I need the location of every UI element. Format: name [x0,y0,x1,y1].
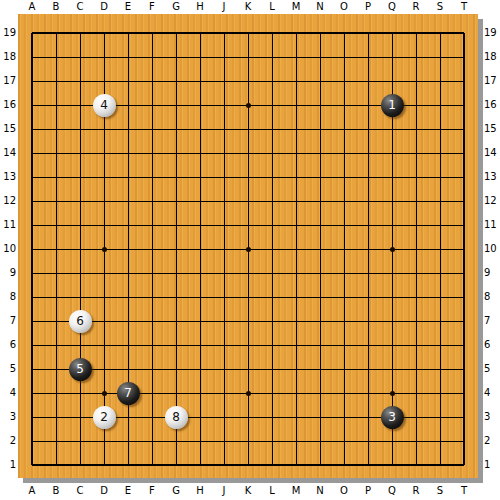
intersection-E3 [116,405,140,429]
goban: 41657283 [18,14,478,478]
intersection-B3 [44,405,68,429]
intersection-M1 [284,453,308,477]
intersection-M3 [284,405,308,429]
intersection-Q17 [380,69,404,93]
intersection-M12 [284,189,308,213]
row-labels-left: 19181716151413121110987654321 [0,21,16,477]
intersection-Q2 [380,429,404,453]
intersection-F11 [140,213,164,237]
intersection-O13 [332,165,356,189]
intersection-R4 [404,381,428,405]
intersection-A9 [20,261,44,285]
column-label-M: M [284,0,308,14]
intersection-R10 [404,237,428,261]
intersection-S14 [428,141,452,165]
intersection-L10 [260,237,284,261]
intersection-T11 [452,213,476,237]
intersection-Q14 [380,141,404,165]
column-label-B: B [44,482,68,500]
intersection-J9 [212,261,236,285]
intersection-B16 [44,93,68,117]
intersection-L12 [260,189,284,213]
move-number: 5 [76,363,84,375]
intersection-F1 [140,453,164,477]
row-label-7: 7 [0,309,16,333]
column-label-B: B [44,0,68,14]
intersection-D18 [92,45,116,69]
intersection-F9 [140,261,164,285]
intersection-L3 [260,405,284,429]
column-label-N: N [308,482,332,500]
intersection-K10 [236,237,260,261]
intersection-S9 [428,261,452,285]
intersection-C10 [68,237,92,261]
intersection-S10 [428,237,452,261]
intersection-K3 [236,405,260,429]
intersection-Q9 [380,261,404,285]
row-label-18: 18 [484,45,500,69]
intersection-N14 [308,141,332,165]
column-label-H: H [188,482,212,500]
intersection-A3 [20,405,44,429]
intersection-A15 [20,117,44,141]
intersection-O10 [332,237,356,261]
intersection-N5 [308,357,332,381]
intersection-C12 [68,189,92,213]
intersection-R7 [404,309,428,333]
intersection-A16 [20,93,44,117]
intersection-C1 [68,453,92,477]
intersection-D4 [92,381,116,405]
intersection-R1 [404,453,428,477]
row-label-3: 3 [0,405,16,429]
intersection-F15 [140,117,164,141]
intersection-O6 [332,333,356,357]
intersection-B6 [44,333,68,357]
column-label-M: M [284,482,308,500]
intersection-Q15 [380,117,404,141]
intersection-K4 [236,381,260,405]
intersection-E6 [116,333,140,357]
intersection-L11 [260,213,284,237]
intersection-B10 [44,237,68,261]
intersection-K11 [236,213,260,237]
intersection-C13 [68,165,92,189]
intersection-K5 [236,357,260,381]
intersection-E4: 7 [116,381,140,405]
intersection-H2 [188,429,212,453]
row-label-17: 17 [484,69,500,93]
move-number: 6 [76,315,84,327]
intersection-G7 [164,309,188,333]
column-label-Q: Q [380,482,404,500]
intersection-J14 [212,141,236,165]
intersection-G15 [164,117,188,141]
intersection-B4 [44,381,68,405]
intersection-K14 [236,141,260,165]
column-label-F: F [140,482,164,500]
intersection-A17 [20,69,44,93]
intersection-C8 [68,285,92,309]
intersection-D11 [92,213,116,237]
intersection-E13 [116,165,140,189]
intersection-L8 [260,285,284,309]
intersection-H18 [188,45,212,69]
star-point-D10 [102,247,107,252]
intersection-P14 [356,141,380,165]
intersection-B15 [44,117,68,141]
column-labels-top: ABCDEFGHJKLMNOPQRST [20,0,476,14]
intersection-T1 [452,453,476,477]
row-label-5: 5 [0,357,16,381]
move-number: 7 [124,387,132,399]
intersection-H13 [188,165,212,189]
intersection-R16 [404,93,428,117]
intersection-L1 [260,453,284,477]
intersection-O11 [332,213,356,237]
intersection-K19 [236,21,260,45]
intersection-C11 [68,213,92,237]
intersection-M7 [284,309,308,333]
intersection-N10 [308,237,332,261]
intersection-E11 [116,213,140,237]
intersection-T18 [452,45,476,69]
intersection-O2 [332,429,356,453]
intersection-L9 [260,261,284,285]
intersection-A2 [20,429,44,453]
row-label-11: 11 [0,213,16,237]
intersection-T3 [452,405,476,429]
intersection-L14 [260,141,284,165]
row-label-14: 14 [484,141,500,165]
intersection-O19 [332,21,356,45]
intersection-K13 [236,165,260,189]
intersection-M14 [284,141,308,165]
intersection-K7 [236,309,260,333]
intersection-R3 [404,405,428,429]
intersection-B14 [44,141,68,165]
row-label-7: 7 [484,309,500,333]
intersection-A11 [20,213,44,237]
board-grid: 41657283 [20,21,476,477]
row-label-3: 3 [484,405,500,429]
intersection-M10 [284,237,308,261]
intersection-J11 [212,213,236,237]
column-label-G: G [164,0,188,14]
column-label-A: A [20,482,44,500]
intersection-M11 [284,213,308,237]
intersection-R12 [404,189,428,213]
intersection-F12 [140,189,164,213]
intersection-O18 [332,45,356,69]
row-label-10: 10 [484,237,500,261]
intersection-P2 [356,429,380,453]
intersection-E15 [116,117,140,141]
intersection-F5 [140,357,164,381]
intersection-S17 [428,69,452,93]
column-label-G: G [164,482,188,500]
intersection-S19 [428,21,452,45]
intersection-O3 [332,405,356,429]
intersection-T5 [452,357,476,381]
intersection-F14 [140,141,164,165]
intersection-D6 [92,333,116,357]
intersection-S4 [428,381,452,405]
row-label-9: 9 [0,261,16,285]
row-label-8: 8 [0,285,16,309]
intersection-J10 [212,237,236,261]
row-label-4: 4 [484,381,500,405]
row-label-12: 12 [0,189,16,213]
intersection-L15 [260,117,284,141]
intersection-C2 [68,429,92,453]
intersection-N12 [308,189,332,213]
intersection-T7 [452,309,476,333]
intersection-T10 [452,237,476,261]
intersection-L16 [260,93,284,117]
intersection-M4 [284,381,308,405]
intersection-H7 [188,309,212,333]
intersection-J13 [212,165,236,189]
intersection-D7 [92,309,116,333]
intersection-B8 [44,285,68,309]
intersection-P4 [356,381,380,405]
intersection-L6 [260,333,284,357]
intersection-K16 [236,93,260,117]
intersection-C17 [68,69,92,93]
intersection-R18 [404,45,428,69]
intersection-P13 [356,165,380,189]
intersection-A8 [20,285,44,309]
intersection-N7 [308,309,332,333]
intersection-K18 [236,45,260,69]
intersection-F18 [140,45,164,69]
intersection-A7 [20,309,44,333]
intersection-H19 [188,21,212,45]
intersection-R6 [404,333,428,357]
column-label-D: D [92,482,116,500]
intersection-P8 [356,285,380,309]
star-point-Q10 [390,247,395,252]
row-labels-right: 19181716151413121110987654321 [484,21,500,477]
intersection-L18 [260,45,284,69]
intersection-A18 [20,45,44,69]
row-label-13: 13 [484,165,500,189]
intersection-J5 [212,357,236,381]
intersection-Q18 [380,45,404,69]
intersection-C5: 5 [68,357,92,381]
intersection-H4 [188,381,212,405]
intersection-A14 [20,141,44,165]
intersection-P19 [356,21,380,45]
stone-black-E4: 7 [117,382,140,405]
column-label-R: R [404,482,428,500]
intersection-F17 [140,69,164,93]
intersection-M2 [284,429,308,453]
intersection-G1 [164,453,188,477]
intersection-A4 [20,381,44,405]
intersection-N3 [308,405,332,429]
intersection-D19 [92,21,116,45]
intersection-C19 [68,21,92,45]
intersection-R11 [404,213,428,237]
intersection-G13 [164,165,188,189]
intersection-S2 [428,429,452,453]
intersection-D12 [92,189,116,213]
move-number: 1 [388,99,396,111]
intersection-L5 [260,357,284,381]
intersection-T15 [452,117,476,141]
column-label-J: J [212,482,236,500]
intersection-A1 [20,453,44,477]
intersection-L7 [260,309,284,333]
star-point-D4 [102,391,107,396]
intersection-R19 [404,21,428,45]
intersection-M18 [284,45,308,69]
intersection-N9 [308,261,332,285]
star-point-K16 [246,103,251,108]
intersection-B18 [44,45,68,69]
intersection-K17 [236,69,260,93]
star-point-K10 [246,247,251,252]
column-label-K: K [236,0,260,14]
intersection-L2 [260,429,284,453]
intersection-O15 [332,117,356,141]
intersection-F10 [140,237,164,261]
intersection-E1 [116,453,140,477]
intersection-E14 [116,141,140,165]
intersection-N6 [308,333,332,357]
intersection-E18 [116,45,140,69]
intersection-C16 [68,93,92,117]
intersection-N15 [308,117,332,141]
column-label-N: N [308,0,332,14]
intersection-O4 [332,381,356,405]
intersection-G4 [164,381,188,405]
intersection-Q5 [380,357,404,381]
intersection-T19 [452,21,476,45]
row-label-1: 1 [0,453,16,477]
intersection-B5 [44,357,68,381]
intersection-J18 [212,45,236,69]
intersection-E19 [116,21,140,45]
intersection-S7 [428,309,452,333]
column-label-Q: Q [380,0,404,14]
intersection-D3: 2 [92,405,116,429]
intersection-O17 [332,69,356,93]
intersection-M5 [284,357,308,381]
intersection-T13 [452,165,476,189]
intersection-R8 [404,285,428,309]
intersection-D2 [92,429,116,453]
intersection-T8 [452,285,476,309]
intersection-N11 [308,213,332,237]
intersection-R2 [404,429,428,453]
intersection-N4 [308,381,332,405]
intersection-S15 [428,117,452,141]
intersection-G16 [164,93,188,117]
intersection-G2 [164,429,188,453]
intersection-C7: 6 [68,309,92,333]
intersection-F13 [140,165,164,189]
intersection-J12 [212,189,236,213]
intersection-Q7 [380,309,404,333]
intersection-K12 [236,189,260,213]
intersection-R17 [404,69,428,93]
intersection-E9 [116,261,140,285]
intersection-Q4 [380,381,404,405]
column-label-O: O [332,0,356,14]
move-number: 4 [100,99,108,111]
intersection-P16 [356,93,380,117]
column-label-E: E [116,482,140,500]
intersection-H6 [188,333,212,357]
stone-white-D16: 4 [93,94,116,117]
intersection-J7 [212,309,236,333]
intersection-P9 [356,261,380,285]
intersection-K6 [236,333,260,357]
intersection-N1 [308,453,332,477]
row-label-11: 11 [484,213,500,237]
intersection-T2 [452,429,476,453]
intersection-P1 [356,453,380,477]
intersection-M8 [284,285,308,309]
intersection-L17 [260,69,284,93]
intersection-R15 [404,117,428,141]
column-label-S: S [428,0,452,14]
intersection-M9 [284,261,308,285]
intersection-Q11 [380,213,404,237]
intersection-C18 [68,45,92,69]
intersection-J17 [212,69,236,93]
intersection-G10 [164,237,188,261]
intersection-G19 [164,21,188,45]
intersection-P12 [356,189,380,213]
intersection-G8 [164,285,188,309]
intersection-S11 [428,213,452,237]
intersection-A10 [20,237,44,261]
column-label-C: C [68,0,92,14]
intersection-O7 [332,309,356,333]
intersection-G9 [164,261,188,285]
intersection-G3: 8 [164,405,188,429]
intersection-Q10 [380,237,404,261]
intersection-A6 [20,333,44,357]
intersection-S16 [428,93,452,117]
intersection-F7 [140,309,164,333]
intersection-B2 [44,429,68,453]
intersection-T4 [452,381,476,405]
column-label-P: P [356,0,380,14]
intersection-Q3: 3 [380,405,404,429]
column-label-T: T [452,0,476,14]
intersection-L19 [260,21,284,45]
column-labels-bottom: ABCDEFGHJKLMNOPQRST [20,482,476,500]
stone-white-C7: 6 [69,310,92,333]
column-label-J: J [212,0,236,14]
column-label-L: L [260,482,284,500]
intersection-O12 [332,189,356,213]
intersection-T17 [452,69,476,93]
intersection-C15 [68,117,92,141]
column-label-L: L [260,0,284,14]
intersection-S18 [428,45,452,69]
intersection-K9 [236,261,260,285]
intersection-J8 [212,285,236,309]
intersection-T16 [452,93,476,117]
row-label-16: 16 [484,93,500,117]
row-label-1: 1 [484,453,500,477]
